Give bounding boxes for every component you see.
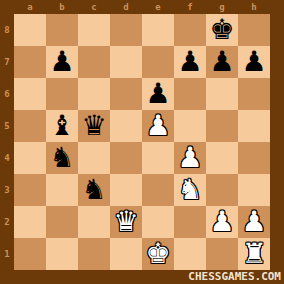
square-e2[interactable]	[142, 206, 174, 238]
square-a6[interactable]	[14, 78, 46, 110]
black-knight-b4[interactable]: ♞	[49, 142, 74, 174]
square-e8[interactable]	[142, 14, 174, 46]
file-label-c: c	[78, 0, 110, 14]
square-f6[interactable]	[174, 78, 206, 110]
rank-label-7: 7	[0, 46, 14, 78]
file-label-d: d	[110, 0, 142, 14]
square-g2[interactable]: ♟	[206, 206, 238, 238]
square-c2[interactable]	[78, 206, 110, 238]
square-e4[interactable]	[142, 142, 174, 174]
square-e5[interactable]: ♟	[142, 110, 174, 142]
square-c7[interactable]	[78, 46, 110, 78]
chess-board: ♚♟♟♟♟♟♝♛♟♞♟♞♞♛♟♟♚♜	[14, 14, 270, 270]
square-f4[interactable]: ♟	[174, 142, 206, 174]
square-h2[interactable]: ♟	[238, 206, 270, 238]
square-g6[interactable]	[206, 78, 238, 110]
file-label-h: h	[238, 0, 270, 14]
square-c6[interactable]	[78, 78, 110, 110]
square-b8[interactable]	[46, 14, 78, 46]
square-h5[interactable]	[238, 110, 270, 142]
square-h8[interactable]	[238, 14, 270, 46]
square-d2[interactable]: ♛	[110, 206, 142, 238]
chess-board-frame: abcdefgh 87654321 ♚♟♟♟♟♟♝♛♟♞♟♞♞♛♟♟♚♜ CHE…	[0, 0, 284, 284]
square-a7[interactable]	[14, 46, 46, 78]
black-pawn-h7[interactable]: ♟	[241, 46, 266, 78]
rank-label-6: 6	[0, 78, 14, 110]
white-knight-f3[interactable]: ♞	[177, 174, 202, 206]
square-d5[interactable]	[110, 110, 142, 142]
site-label: CHESSGAMES.COM	[188, 271, 281, 283]
square-g3[interactable]	[206, 174, 238, 206]
file-label-g: g	[206, 0, 238, 14]
square-b7[interactable]: ♟	[46, 46, 78, 78]
white-pawn-f4[interactable]: ♟	[177, 142, 202, 174]
square-a8[interactable]	[14, 14, 46, 46]
white-pawn-g2[interactable]: ♟	[209, 206, 234, 238]
square-b1[interactable]	[46, 238, 78, 270]
square-f8[interactable]	[174, 14, 206, 46]
rank-label-5: 5	[0, 110, 14, 142]
square-f1[interactable]	[174, 238, 206, 270]
square-d3[interactable]	[110, 174, 142, 206]
square-f5[interactable]	[174, 110, 206, 142]
square-e7[interactable]	[142, 46, 174, 78]
square-g1[interactable]	[206, 238, 238, 270]
square-a2[interactable]	[14, 206, 46, 238]
black-knight-c3[interactable]: ♞	[81, 174, 106, 206]
square-a4[interactable]	[14, 142, 46, 174]
black-king-g8[interactable]: ♚	[209, 14, 234, 46]
square-e3[interactable]	[142, 174, 174, 206]
black-bishop-b5[interactable]: ♝	[49, 110, 74, 142]
square-c3[interactable]: ♞	[78, 174, 110, 206]
file-labels: abcdefgh	[14, 0, 270, 14]
square-c5[interactable]: ♛	[78, 110, 110, 142]
square-e1[interactable]: ♚	[142, 238, 174, 270]
rank-label-8: 8	[0, 14, 14, 46]
rank-label-2: 2	[0, 206, 14, 238]
file-label-e: e	[142, 0, 174, 14]
square-a5[interactable]	[14, 110, 46, 142]
square-c1[interactable]	[78, 238, 110, 270]
black-pawn-e6[interactable]: ♟	[145, 78, 170, 110]
square-e6[interactable]: ♟	[142, 78, 174, 110]
square-f3[interactable]: ♞	[174, 174, 206, 206]
square-g4[interactable]	[206, 142, 238, 174]
square-b6[interactable]	[46, 78, 78, 110]
square-d1[interactable]	[110, 238, 142, 270]
square-d8[interactable]	[110, 14, 142, 46]
file-label-a: a	[14, 0, 46, 14]
rank-label-3: 3	[0, 174, 14, 206]
square-g5[interactable]	[206, 110, 238, 142]
square-b5[interactable]: ♝	[46, 110, 78, 142]
file-label-f: f	[174, 0, 206, 14]
square-h4[interactable]	[238, 142, 270, 174]
square-a3[interactable]	[14, 174, 46, 206]
square-g7[interactable]: ♟	[206, 46, 238, 78]
square-g8[interactable]: ♚	[206, 14, 238, 46]
square-c4[interactable]	[78, 142, 110, 174]
square-h7[interactable]: ♟	[238, 46, 270, 78]
black-pawn-b7[interactable]: ♟	[49, 46, 74, 78]
square-d7[interactable]	[110, 46, 142, 78]
black-pawn-f7[interactable]: ♟	[177, 46, 202, 78]
square-h1[interactable]: ♜	[238, 238, 270, 270]
white-rook-h1[interactable]: ♜	[241, 238, 266, 270]
white-pawn-e5[interactable]: ♟	[145, 110, 170, 142]
square-b4[interactable]: ♞	[46, 142, 78, 174]
square-d6[interactable]	[110, 78, 142, 110]
white-king-e1[interactable]: ♚	[145, 238, 170, 270]
square-b2[interactable]	[46, 206, 78, 238]
square-c8[interactable]	[78, 14, 110, 46]
black-queen-c5[interactable]: ♛	[81, 110, 106, 142]
square-d4[interactable]	[110, 142, 142, 174]
square-f7[interactable]: ♟	[174, 46, 206, 78]
square-b3[interactable]	[46, 174, 78, 206]
white-pawn-h2[interactable]: ♟	[241, 206, 266, 238]
white-queen-d2[interactable]: ♛	[113, 206, 138, 238]
rank-label-4: 4	[0, 142, 14, 174]
rank-label-1: 1	[0, 238, 14, 270]
file-label-b: b	[46, 0, 78, 14]
rank-labels: 87654321	[0, 14, 14, 270]
black-pawn-g7[interactable]: ♟	[209, 46, 234, 78]
square-h3[interactable]	[238, 174, 270, 206]
square-f2[interactable]	[174, 206, 206, 238]
square-a1[interactable]	[14, 238, 46, 270]
square-h6[interactable]	[238, 78, 270, 110]
